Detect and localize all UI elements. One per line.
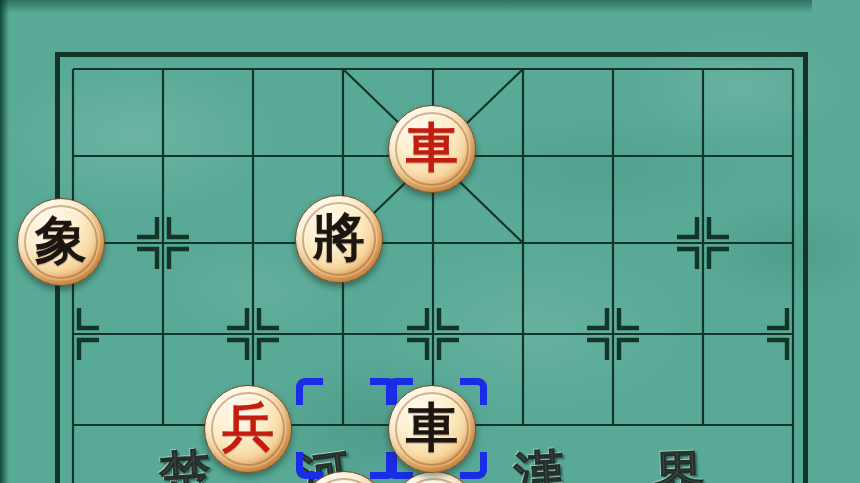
piece-red-chariot[interactable]: 車 [388, 105, 476, 193]
move-marker-bracket-from [296, 452, 323, 479]
piece-black-elephant[interactable]: 象 [17, 198, 105, 286]
piece-black-general[interactable]: 將 [295, 195, 383, 283]
piece-glyph-black-elephant: 象 [35, 214, 87, 266]
river-char-jie: 界 [652, 440, 706, 483]
river-char-chu: 楚 [157, 439, 214, 483]
river-char-han: 漢 [512, 439, 569, 483]
move-marker-bracket-from [296, 378, 323, 405]
piece-glyph-black-general: 將 [313, 211, 365, 263]
piece-black-chariot[interactable]: 車 [388, 385, 476, 473]
piece-glyph-red-chariot: 車 [406, 121, 458, 173]
xiangqi-board-screenshot: 楚河漢界 車將象兵車 [0, 0, 860, 483]
piece-glyph-black-chariot: 車 [406, 401, 458, 453]
piece-red-soldier[interactable]: 兵 [204, 385, 292, 473]
piece-glyph-red-soldier: 兵 [222, 401, 274, 453]
